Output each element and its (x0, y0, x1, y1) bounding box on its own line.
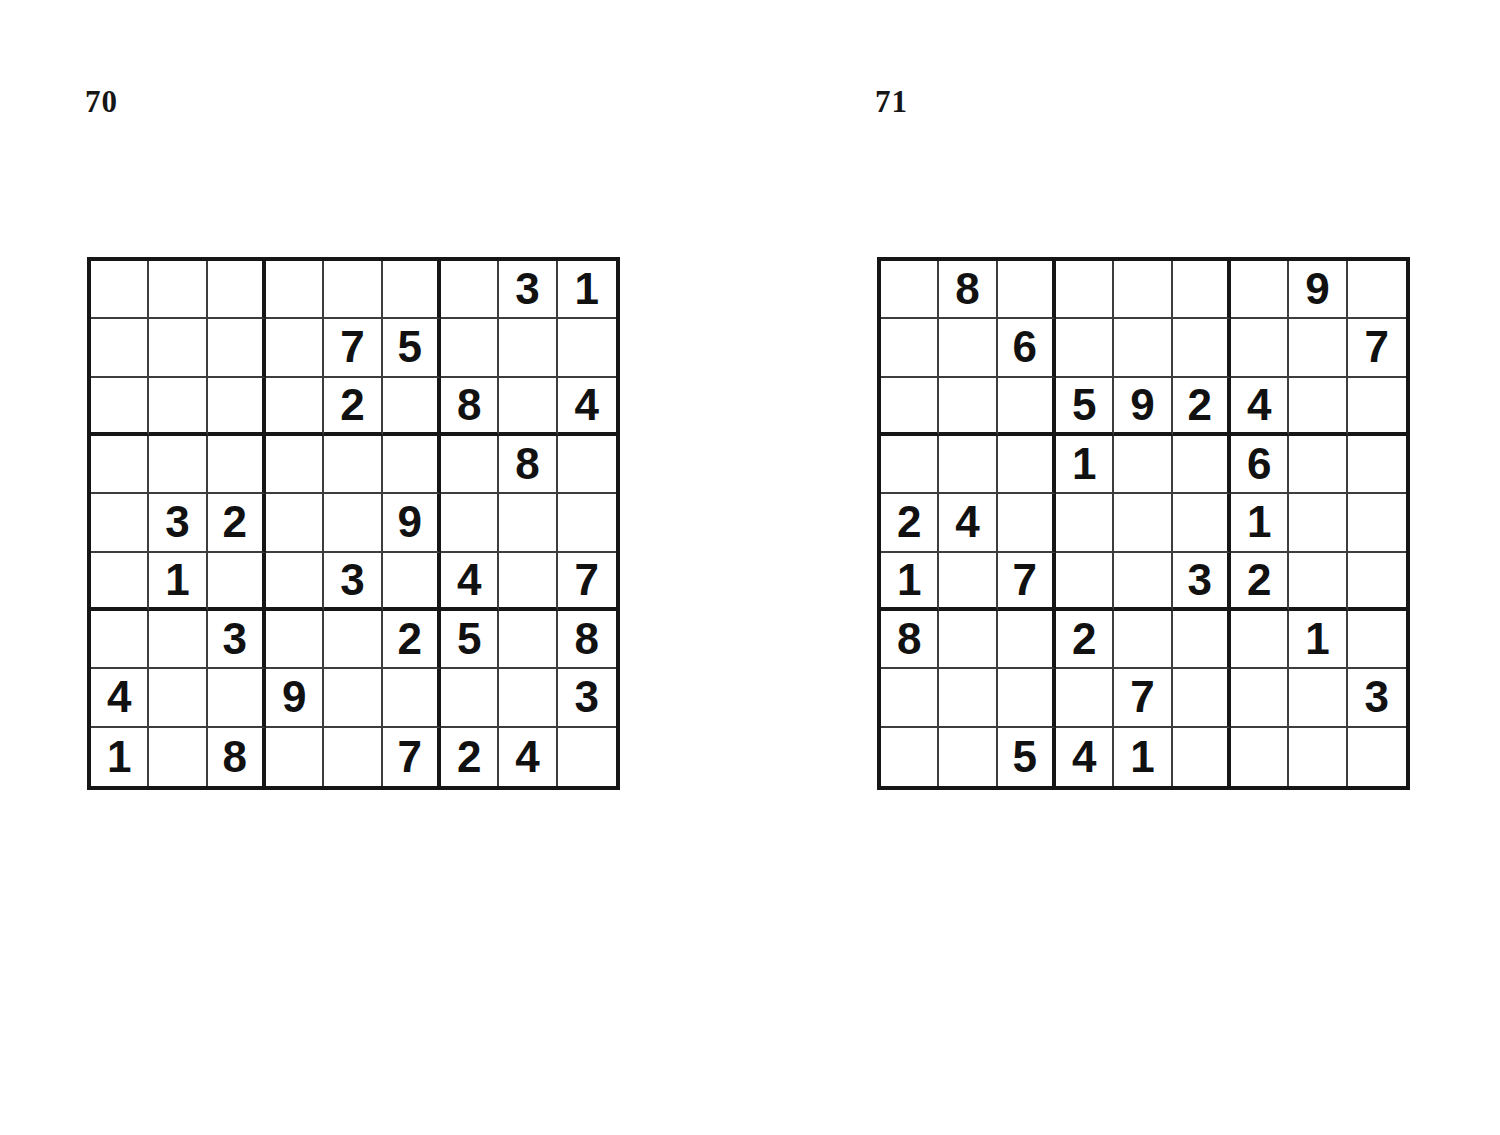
cell-r2c6 (1173, 319, 1231, 377)
cell-r7c9 (1348, 611, 1406, 669)
cell-r3c5: 9 (1114, 378, 1172, 436)
cell-r6c9 (1348, 553, 1406, 611)
cell-r9c7: 2 (441, 728, 499, 786)
cell-r7c3: 3 (208, 611, 266, 669)
cell-r4c1 (881, 436, 939, 494)
cell-r2c3: 6 (998, 319, 1056, 377)
sudoku-grid-70: 317528483291347325849318724 (87, 257, 620, 790)
cell-r7c6 (1173, 611, 1231, 669)
puzzle-number-70: 70 (85, 84, 118, 120)
cell-r9c4 (266, 728, 324, 786)
cell-r9c6: 7 (383, 728, 441, 786)
cell-r6c8 (499, 553, 557, 611)
cell-r3c2 (149, 378, 207, 436)
cell-r4c2 (939, 436, 997, 494)
cell-r2c1 (91, 319, 149, 377)
cell-r7c4 (266, 611, 324, 669)
cell-r6c7: 4 (441, 553, 499, 611)
cell-r5c3: 2 (208, 494, 266, 552)
cell-r8c1 (881, 669, 939, 727)
cell-r4c3 (208, 436, 266, 494)
puzzle-number-71: 71 (875, 84, 908, 120)
cell-r1c8: 3 (499, 261, 557, 319)
cell-r3c4 (266, 378, 324, 436)
cell-r5c2: 4 (939, 494, 997, 552)
cell-r1c3 (998, 261, 1056, 319)
cell-r7c6: 2 (383, 611, 441, 669)
cell-r9c9 (558, 728, 616, 786)
cell-r8c7 (1231, 669, 1289, 727)
cell-r5c3 (998, 494, 1056, 552)
cell-r4c6 (1173, 436, 1231, 494)
cell-r7c3 (998, 611, 1056, 669)
cell-r4c2 (149, 436, 207, 494)
cell-r2c9: 7 (1348, 319, 1406, 377)
cell-r4c4 (266, 436, 324, 494)
cell-r2c3 (208, 319, 266, 377)
cell-r9c8 (1289, 728, 1347, 786)
cell-r5c5 (324, 494, 382, 552)
cell-r2c9 (558, 319, 616, 377)
cell-r9c3: 8 (208, 728, 266, 786)
cell-r9c2 (149, 728, 207, 786)
cell-r3c1 (881, 378, 939, 436)
cell-r5c1 (91, 494, 149, 552)
cell-r5c1: 2 (881, 494, 939, 552)
cell-r4c6 (383, 436, 441, 494)
cell-r2c4 (266, 319, 324, 377)
cell-r9c7 (1231, 728, 1289, 786)
cell-r6c3 (208, 553, 266, 611)
cell-r4c7 (441, 436, 499, 494)
cell-r7c1 (91, 611, 149, 669)
cell-r8c4 (1056, 669, 1114, 727)
cell-r5c9 (1348, 494, 1406, 552)
cell-r2c7 (1231, 319, 1289, 377)
cell-r4c5 (1114, 436, 1172, 494)
cell-r5c9 (558, 494, 616, 552)
cell-r4c3 (998, 436, 1056, 494)
cell-r8c3 (208, 669, 266, 727)
cell-r3c9 (1348, 378, 1406, 436)
cell-r5c2: 3 (149, 494, 207, 552)
cell-r5c6 (1173, 494, 1231, 552)
cell-r8c5 (324, 669, 382, 727)
cell-r2c5 (1114, 319, 1172, 377)
cell-r6c5: 3 (324, 553, 382, 611)
cell-r1c5 (1114, 261, 1172, 319)
cell-r4c4: 1 (1056, 436, 1114, 494)
cell-r3c6: 2 (1173, 378, 1231, 436)
cell-r9c8: 4 (499, 728, 557, 786)
cell-r6c4 (266, 553, 324, 611)
cell-r6c8 (1289, 553, 1347, 611)
cell-r4c9 (1348, 436, 1406, 494)
cell-r2c8 (1289, 319, 1347, 377)
cell-r1c4 (266, 261, 324, 319)
cell-r4c8 (1289, 436, 1347, 494)
cell-r7c7: 5 (441, 611, 499, 669)
cell-r2c4 (1056, 319, 1114, 377)
cell-r8c8 (499, 669, 557, 727)
cell-r2c8 (499, 319, 557, 377)
cell-r5c4 (266, 494, 324, 552)
cell-r1c3 (208, 261, 266, 319)
cell-r4c1 (91, 436, 149, 494)
cell-r6c5 (1114, 553, 1172, 611)
cell-r8c2 (149, 669, 207, 727)
cell-r9c1 (881, 728, 939, 786)
cell-r6c1: 1 (881, 553, 939, 611)
cell-r7c5 (1114, 611, 1172, 669)
cell-r1c2: 8 (939, 261, 997, 319)
cell-r3c6 (383, 378, 441, 436)
sudoku-grid-71: 8967592416241173282173541 (877, 257, 1410, 790)
cell-r8c4: 9 (266, 669, 324, 727)
cell-r6c2 (939, 553, 997, 611)
cell-r9c2 (939, 728, 997, 786)
cell-r4c5 (324, 436, 382, 494)
cell-r3c3 (998, 378, 1056, 436)
cell-r9c5: 1 (1114, 728, 1172, 786)
cell-r1c2 (149, 261, 207, 319)
cell-r9c5 (324, 728, 382, 786)
cell-r5c7 (441, 494, 499, 552)
cell-r4c7: 6 (1231, 436, 1289, 494)
cell-r8c9: 3 (558, 669, 616, 727)
cell-r8c1: 4 (91, 669, 149, 727)
cell-r1c7 (441, 261, 499, 319)
cell-r7c8 (499, 611, 557, 669)
cell-r3c8 (499, 378, 557, 436)
cell-r5c8 (1289, 494, 1347, 552)
cell-r1c1 (881, 261, 939, 319)
cell-r1c7 (1231, 261, 1289, 319)
cell-r7c1: 8 (881, 611, 939, 669)
cell-r1c6 (383, 261, 441, 319)
cell-r6c6: 3 (1173, 553, 1231, 611)
cell-r6c9: 7 (558, 553, 616, 611)
cell-r5c5 (1114, 494, 1172, 552)
cell-r2c2 (149, 319, 207, 377)
cell-r5c6: 9 (383, 494, 441, 552)
cell-r3c7: 4 (1231, 378, 1289, 436)
cell-r6c1 (91, 553, 149, 611)
cell-r2c2 (939, 319, 997, 377)
cell-r5c7: 1 (1231, 494, 1289, 552)
cell-r7c2 (149, 611, 207, 669)
cell-r6c4 (1056, 553, 1114, 611)
cell-r9c3: 5 (998, 728, 1056, 786)
cell-r7c4: 2 (1056, 611, 1114, 669)
cell-r6c2: 1 (149, 553, 207, 611)
cell-r2c5: 7 (324, 319, 382, 377)
cell-r3c5: 2 (324, 378, 382, 436)
cell-r3c4: 5 (1056, 378, 1114, 436)
cell-r3c3 (208, 378, 266, 436)
cell-r1c9: 1 (558, 261, 616, 319)
cell-r4c8: 8 (499, 436, 557, 494)
cell-r7c2 (939, 611, 997, 669)
cell-r8c7 (441, 669, 499, 727)
cell-r8c6 (1173, 669, 1231, 727)
cell-r8c9: 3 (1348, 669, 1406, 727)
cell-r9c1: 1 (91, 728, 149, 786)
cell-r2c1 (881, 319, 939, 377)
cell-r8c6 (383, 669, 441, 727)
cell-r3c2 (939, 378, 997, 436)
cell-r1c8: 9 (1289, 261, 1347, 319)
cell-r9c4: 4 (1056, 728, 1114, 786)
cell-r2c7 (441, 319, 499, 377)
cell-r3c1 (91, 378, 149, 436)
cell-r2c6: 5 (383, 319, 441, 377)
cell-r1c5 (324, 261, 382, 319)
cell-r6c7: 2 (1231, 553, 1289, 611)
cell-r4c9 (558, 436, 616, 494)
cell-r7c9: 8 (558, 611, 616, 669)
cell-r9c6 (1173, 728, 1231, 786)
cell-r8c5: 7 (1114, 669, 1172, 727)
cell-r1c6 (1173, 261, 1231, 319)
cell-r1c1 (91, 261, 149, 319)
cell-r7c7 (1231, 611, 1289, 669)
cell-r3c7: 8 (441, 378, 499, 436)
cell-r1c9 (1348, 261, 1406, 319)
cell-r6c6 (383, 553, 441, 611)
cell-r3c9: 4 (558, 378, 616, 436)
cell-r3c8 (1289, 378, 1347, 436)
cell-r7c5 (324, 611, 382, 669)
cell-r8c3 (998, 669, 1056, 727)
cell-r7c8: 1 (1289, 611, 1347, 669)
cell-r5c8 (499, 494, 557, 552)
cell-r1c4 (1056, 261, 1114, 319)
cell-r9c9 (1348, 728, 1406, 786)
cell-r5c4 (1056, 494, 1114, 552)
cell-r6c3: 7 (998, 553, 1056, 611)
cell-r8c8 (1289, 669, 1347, 727)
cell-r8c2 (939, 669, 997, 727)
